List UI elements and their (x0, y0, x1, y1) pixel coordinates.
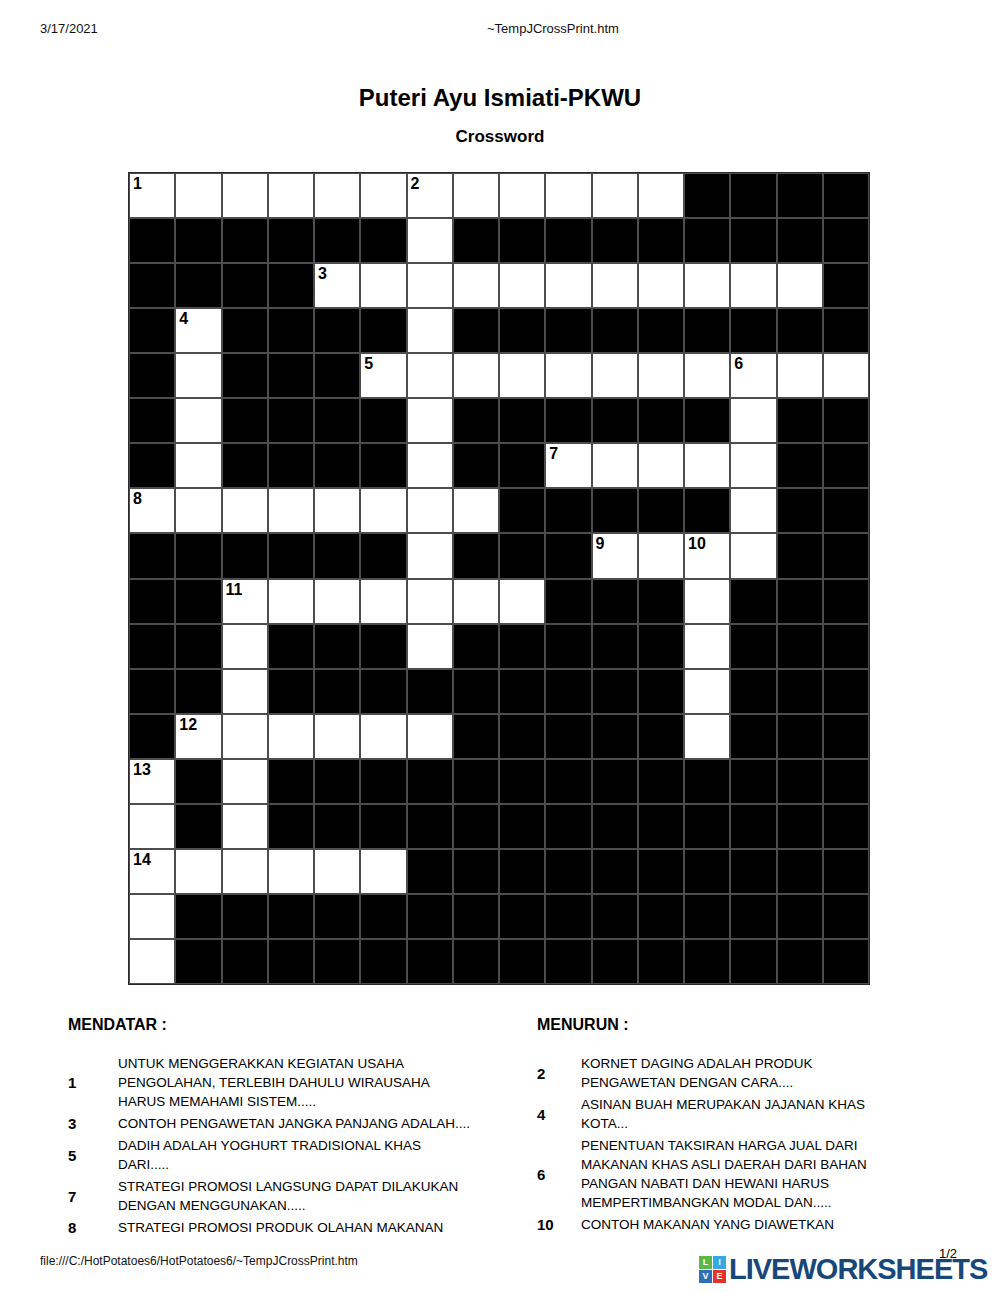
grid-cell (268, 714, 314, 759)
clue-row: 10CONTOH MAKANAN YANG DIAWETKAN (537, 1215, 987, 1234)
grid-cell-black (499, 714, 545, 759)
grid-cell-black (730, 669, 776, 714)
grid-cell-black (730, 308, 776, 353)
grid-cell (453, 488, 499, 533)
grid-cell-black (638, 218, 684, 263)
grid-cell-black (453, 894, 499, 939)
clue-number: 10 (537, 1215, 581, 1234)
grid-cell (684, 624, 730, 669)
grid-cell (407, 579, 453, 624)
cell-number: 12 (179, 715, 197, 734)
grid-cell (360, 488, 406, 533)
clue-text: UNTUK MENGGERAKKAN KEGIATAN USAHA PENGOL… (118, 1054, 430, 1111)
grid-cell-black (823, 624, 869, 669)
grid-cell-black (360, 218, 406, 263)
grid-cell-black (638, 669, 684, 714)
grid-cell-black (545, 939, 591, 984)
clue-text: PENENTUAN TAKSIRAN HARGA JUAL DARI MAKAN… (581, 1136, 867, 1212)
grid-cell (684, 443, 730, 488)
grid-cell-black (499, 849, 545, 894)
grid-cell-black (499, 308, 545, 353)
grid-cell-black (129, 398, 175, 443)
grid-cell (360, 849, 406, 894)
grid-cell-black (175, 894, 221, 939)
grid-cell-black (592, 488, 638, 533)
grid-cell-black (638, 624, 684, 669)
clue-row: 1UNTUK MENGGERAKKAN KEGIATAN USAHA PENGO… (68, 1054, 520, 1111)
grid-cell-black (592, 624, 638, 669)
grid-cell-black (499, 533, 545, 578)
grid-cell-black (592, 308, 638, 353)
grid-cell (268, 488, 314, 533)
grid-cell-black (730, 939, 776, 984)
grid-cell-black (823, 939, 869, 984)
grid-cell-black (268, 443, 314, 488)
grid-cell-black (684, 759, 730, 804)
grid-cell-black (453, 624, 499, 669)
grid-cell: 13 (129, 759, 175, 804)
grid-cell-black (684, 804, 730, 849)
clue-text: CONTOH MAKANAN YANG DIAWETKAN (581, 1215, 834, 1234)
grid-cell-black (499, 218, 545, 263)
grid-cell-black (684, 939, 730, 984)
clue-text: KORNET DAGING ADALAH PRODUK PENGAWETAN D… (581, 1054, 813, 1092)
page-number: 1/2 (939, 1246, 957, 1261)
grid-cell (407, 398, 453, 443)
grid-cell-black (314, 218, 360, 263)
grid-cell (222, 714, 268, 759)
grid-cell-black (268, 939, 314, 984)
grid-cell-black (175, 624, 221, 669)
grid-cell-black (823, 804, 869, 849)
grid-cell (684, 714, 730, 759)
grid-cell-black (222, 894, 268, 939)
grid-cell (730, 398, 776, 443)
grid-cell (360, 173, 406, 218)
grid-cell (638, 443, 684, 488)
grid-cell-black (499, 443, 545, 488)
grid-cell-black (268, 308, 314, 353)
grid-cell-black (453, 714, 499, 759)
grid-cell-black (175, 533, 221, 578)
grid-cell (592, 173, 638, 218)
grid-cell-black (222, 443, 268, 488)
grid-cell-black (777, 849, 823, 894)
grid-cell (407, 533, 453, 578)
grid-cell-black (638, 308, 684, 353)
grid-cell (314, 849, 360, 894)
grid-cell-black (638, 759, 684, 804)
grid-cell-black (268, 669, 314, 714)
grid-cell-black (545, 849, 591, 894)
page-subtitle: Crossword (0, 127, 1000, 147)
grid-cell-black (545, 488, 591, 533)
grid-cell-black (314, 443, 360, 488)
grid-cell-black (222, 308, 268, 353)
grid-cell-black (499, 894, 545, 939)
grid-cell-black (545, 669, 591, 714)
grid-cell-black (314, 533, 360, 578)
grid-cell-black (268, 804, 314, 849)
grid-cell-black (175, 669, 221, 714)
grid-cell-black (777, 804, 823, 849)
grid-cell-black (592, 804, 638, 849)
grid-cell (314, 488, 360, 533)
grid-cell-black (823, 173, 869, 218)
grid-cell-black (129, 579, 175, 624)
grid-cell-black (314, 939, 360, 984)
grid-cell: 5 (360, 353, 406, 398)
grid-cell (175, 443, 221, 488)
grid-cell (407, 218, 453, 263)
grid-cell-black (730, 894, 776, 939)
grid-cell-black (499, 804, 545, 849)
grid-cell (453, 353, 499, 398)
grid-cell-black (777, 218, 823, 263)
grid-cell-black (360, 804, 406, 849)
clue-row: 8STRATEGI PROMOSI PRODUK OLAHAN MAKANAN (68, 1218, 520, 1237)
grid-cell-black (638, 849, 684, 894)
grid-cell (360, 714, 406, 759)
grid-cell-black (499, 759, 545, 804)
grid-cell (453, 173, 499, 218)
clue-number: 3 (68, 1114, 118, 1133)
header-filename: ~TempJCrossPrint.htm (487, 21, 619, 36)
grid-cell: 9 (592, 533, 638, 578)
grid-cell-black (360, 669, 406, 714)
grid-cell-black (638, 714, 684, 759)
grid-cell (592, 353, 638, 398)
clue-text: DADIH ADALAH YOGHURT TRADISIONAL KHAS DA… (118, 1136, 421, 1174)
grid-cell (360, 263, 406, 308)
grid-cell-black (453, 533, 499, 578)
grid-cell (314, 173, 360, 218)
grid-cell-black (545, 759, 591, 804)
grid-cell: 3 (314, 263, 360, 308)
grid-cell-black (268, 263, 314, 308)
grid-cell-black (777, 939, 823, 984)
clue-number: 5 (68, 1136, 118, 1174)
grid-cell-black (545, 218, 591, 263)
grid-cell-black (453, 939, 499, 984)
grid-cell-black (592, 669, 638, 714)
grid-cell: 7 (545, 443, 591, 488)
grid-cell-black (823, 398, 869, 443)
grid-cell-black (777, 488, 823, 533)
grid-cell-black (360, 308, 406, 353)
grid-cell-black (592, 894, 638, 939)
grid-cell-black (453, 218, 499, 263)
grid-cell-black (268, 353, 314, 398)
grid-cell-black (823, 849, 869, 894)
grid-cell (175, 849, 221, 894)
grid-cell-black (129, 669, 175, 714)
cell-number: 9 (596, 534, 605, 553)
grid-cell-black (638, 488, 684, 533)
grid-cell-black (823, 759, 869, 804)
clue-row: 4ASINAN BUAH MERUPAKAN JAJANAN KHAS KOTA… (537, 1095, 987, 1133)
grid-cell-black (453, 849, 499, 894)
grid-cell-black (499, 624, 545, 669)
clue-number: 7 (68, 1177, 118, 1215)
grid-cell (684, 579, 730, 624)
grid-cell-black (638, 894, 684, 939)
grid-cell-black (407, 759, 453, 804)
grid-cell-black (592, 939, 638, 984)
grid-cell (222, 804, 268, 849)
clue-text: CONTOH PENGAWETAN JANGKA PANJANG ADALAH.… (118, 1114, 470, 1133)
grid-cell (684, 263, 730, 308)
grid-cell (407, 443, 453, 488)
grid-cell-black (684, 173, 730, 218)
grid-cell-black (730, 579, 776, 624)
logo-square-l: L (699, 1256, 712, 1269)
grid-cell-black (545, 624, 591, 669)
grid-cell-black (453, 804, 499, 849)
grid-cell (730, 443, 776, 488)
logo-squares: LIVE (699, 1256, 726, 1283)
grid-cell-black (545, 398, 591, 443)
grid-cell-black (638, 398, 684, 443)
logo-square-v: V (699, 1270, 712, 1283)
grid-cell-black (407, 804, 453, 849)
grid-cell (407, 488, 453, 533)
cell-number: 1 (133, 174, 142, 193)
clue-number: 1 (68, 1054, 118, 1111)
footer-file-path: file:///C:/HotPotatoes6/HotPotatoes6/~Te… (40, 1254, 358, 1268)
grid-cell (638, 173, 684, 218)
grid-cell-black (592, 398, 638, 443)
grid-cell (222, 173, 268, 218)
page-title: Puteri Ayu Ismiati-PKWU (0, 84, 1000, 112)
grid-cell-black (777, 533, 823, 578)
grid-cell-black (730, 849, 776, 894)
grid-cell-black (730, 714, 776, 759)
grid-cell (545, 353, 591, 398)
grid-cell (823, 353, 869, 398)
grid-cell-black (360, 894, 406, 939)
grid-cell-black (360, 533, 406, 578)
grid-cell-black (592, 759, 638, 804)
grid-cell-black (360, 939, 406, 984)
grid-cell-black (823, 894, 869, 939)
grid-cell (684, 669, 730, 714)
grid-cell-black (592, 849, 638, 894)
grid-cell (407, 308, 453, 353)
grid-cell-black (175, 218, 221, 263)
grid-cell-black (592, 579, 638, 624)
grid-cell-black (638, 804, 684, 849)
grid-cell-black (453, 669, 499, 714)
grid-cell-black (175, 263, 221, 308)
grid-cell-black (823, 714, 869, 759)
grid-cell-black (407, 939, 453, 984)
grid-cell (314, 579, 360, 624)
grid-cell-black (638, 579, 684, 624)
grid-cell-black (777, 173, 823, 218)
grid-cell-black (823, 579, 869, 624)
grid-cell (222, 488, 268, 533)
grid-cell: 14 (129, 849, 175, 894)
grid-cell-black (730, 173, 776, 218)
grid-cell-black (314, 624, 360, 669)
grid-cell (222, 759, 268, 804)
grid-cell (777, 353, 823, 398)
grid-cell-black (777, 894, 823, 939)
clue-number: 6 (537, 1136, 581, 1212)
grid-cell (592, 263, 638, 308)
grid-cell-black (730, 624, 776, 669)
cell-number: 6 (734, 354, 743, 373)
grid-cell-black (777, 714, 823, 759)
grid-cell-black (730, 759, 776, 804)
grid-cell-black (314, 894, 360, 939)
grid-cell-black (453, 398, 499, 443)
grid-cell-black (129, 353, 175, 398)
grid-cell-black (777, 759, 823, 804)
grid-cell-black (499, 398, 545, 443)
cell-number: 2 (411, 174, 420, 193)
grid-cell-black (684, 849, 730, 894)
grid-cell-black (823, 263, 869, 308)
grid-cell (730, 263, 776, 308)
grid-cell (730, 488, 776, 533)
grid-cell (129, 804, 175, 849)
clue-number: 8 (68, 1218, 118, 1237)
grid-cell (545, 173, 591, 218)
cell-number: 3 (318, 264, 327, 283)
grid-cell-black (453, 759, 499, 804)
grid-cell-black (268, 759, 314, 804)
clue-text: STRATEGI PROMOSI PRODUK OLAHAN MAKANAN (118, 1218, 443, 1237)
grid-cell-black (268, 894, 314, 939)
across-heading: MENDATAR : (68, 1016, 167, 1034)
grid-cell (222, 849, 268, 894)
grid-cell (499, 353, 545, 398)
grid-cell-black (360, 398, 406, 443)
grid-cell: 4 (175, 308, 221, 353)
logo-square-e: E (713, 1270, 726, 1283)
grid-cell-black (638, 939, 684, 984)
grid-cell-black (314, 669, 360, 714)
grid-cell-black (222, 398, 268, 443)
grid-cell (268, 579, 314, 624)
cell-number: 13 (133, 760, 151, 779)
clue-row: 3CONTOH PENGAWETAN JANGKA PANJANG ADALAH… (68, 1114, 520, 1133)
grid-cell-black (129, 308, 175, 353)
cell-number: 5 (364, 354, 373, 373)
grid-cell-black (777, 579, 823, 624)
clue-row: 7STRATEGI PROMOSI LANGSUNG DAPAT DILAKUK… (68, 1177, 520, 1215)
grid-cell: 11 (222, 579, 268, 624)
grid-cell (129, 894, 175, 939)
grid-cell-black (545, 714, 591, 759)
cell-number: 10 (688, 534, 706, 553)
grid-cell (129, 939, 175, 984)
grid-cell (222, 669, 268, 714)
clue-text: STRATEGI PROMOSI LANGSUNG DAPAT DILAKUKA… (118, 1177, 458, 1215)
grid-cell-black (823, 443, 869, 488)
grid-cell (175, 173, 221, 218)
across-clues: 1UNTUK MENGGERAKKAN KEGIATAN USAHA PENGO… (68, 1054, 520, 1240)
grid-cell-black (222, 939, 268, 984)
clue-row: 6PENENTUAN TAKSIRAN HARGA JUAL DARI MAKA… (537, 1136, 987, 1212)
grid-cell-black (129, 443, 175, 488)
grid-cell-black (777, 398, 823, 443)
grid-cell (175, 353, 221, 398)
grid-cell (684, 353, 730, 398)
grid-cell-black (684, 308, 730, 353)
grid-cell (175, 488, 221, 533)
grid-cell (268, 849, 314, 894)
cell-number: 4 (179, 309, 188, 328)
grid-cell-black (129, 714, 175, 759)
grid-cell: 6 (730, 353, 776, 398)
grid-cell: 12 (175, 714, 221, 759)
grid-cell-black (314, 308, 360, 353)
grid-cell-black (314, 353, 360, 398)
grid-cell-black (175, 804, 221, 849)
grid-cell-black (777, 443, 823, 488)
grid-cell-black (129, 263, 175, 308)
cell-number: 11 (226, 580, 243, 599)
grid-cell-black (360, 624, 406, 669)
grid-cell (314, 714, 360, 759)
grid-cell-black (360, 443, 406, 488)
cell-number: 14 (133, 850, 151, 869)
grid-cell (222, 624, 268, 669)
grid-cell-black (175, 759, 221, 804)
grid-cell-black (222, 218, 268, 263)
grid-cell-black (453, 443, 499, 488)
grid-cell-black (129, 533, 175, 578)
logo-square-i: I (713, 1256, 726, 1269)
grid-cell (777, 263, 823, 308)
grid-cell (638, 353, 684, 398)
grid-cell-black (499, 488, 545, 533)
grid-cell-black (407, 849, 453, 894)
grid-cell-black (823, 669, 869, 714)
grid-cell (360, 579, 406, 624)
grid-cell-black (684, 218, 730, 263)
grid-cell-black (175, 939, 221, 984)
grid-cell-black (407, 894, 453, 939)
grid-cell-black (129, 218, 175, 263)
grid-cell-black (222, 533, 268, 578)
grid-cell (407, 353, 453, 398)
grid-cell (407, 714, 453, 759)
grid-cell (453, 579, 499, 624)
grid-cell (499, 579, 545, 624)
grid-cell-black (777, 624, 823, 669)
grid-cell-black (684, 488, 730, 533)
grid-cell-black (592, 714, 638, 759)
grid-cell-black (823, 488, 869, 533)
grid-cell-black (360, 759, 406, 804)
grid-cell-black (268, 218, 314, 263)
grid-cell-black (499, 939, 545, 984)
grid-cell-black (592, 218, 638, 263)
grid-cell-black (222, 353, 268, 398)
grid-cell-black (314, 804, 360, 849)
grid-cell-black (777, 308, 823, 353)
grid-cell (638, 263, 684, 308)
grid-cell: 2 (407, 173, 453, 218)
grid-cell (545, 263, 591, 308)
grid-cell (499, 173, 545, 218)
crossword-grid: 1234567891011121314 (128, 172, 870, 985)
grid-cell (592, 443, 638, 488)
